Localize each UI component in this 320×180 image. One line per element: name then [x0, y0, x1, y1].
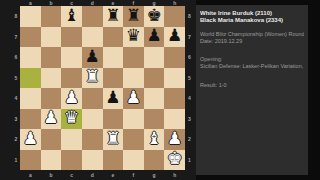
square-d7[interactable] — [82, 27, 103, 48]
square-h2[interactable]: ♟ — [164, 129, 185, 150]
file-label: h — [164, 170, 185, 179]
piece-white-pawn[interactable]: ♟ — [43, 109, 58, 126]
square-b6[interactable] — [41, 47, 62, 68]
square-d2[interactable] — [82, 129, 103, 150]
rank-label: 3 — [185, 109, 194, 130]
rank-label: 2 — [12, 129, 20, 150]
square-h6[interactable] — [164, 47, 185, 68]
file-labels-bottom: abcdefgh — [20, 170, 185, 179]
square-f5[interactable] — [123, 68, 144, 89]
event-line: World Blitz Championship (Women) Round 4… — [200, 31, 304, 38]
rank-label: 1 — [12, 150, 20, 171]
square-b8[interactable] — [41, 6, 62, 27]
square-g5[interactable] — [144, 68, 165, 89]
square-c3[interactable]: ♛ — [61, 109, 82, 130]
opening-name: Sicilian Defense: Lasker-Pelikan Variati… — [200, 63, 304, 70]
rank-label: 6 — [12, 47, 20, 68]
square-h3[interactable] — [164, 109, 185, 130]
date-line: Date: 2019.12.29 — [200, 38, 304, 45]
square-e1[interactable] — [103, 150, 124, 171]
piece-black-rook[interactable]: ♜ — [105, 7, 120, 24]
square-b1[interactable] — [41, 150, 62, 171]
square-d4[interactable] — [82, 88, 103, 109]
square-b2[interactable] — [41, 129, 62, 150]
square-h8[interactable] — [164, 6, 185, 27]
piece-black-pawn[interactable]: ♟ — [167, 27, 182, 44]
rank-label: 7 — [185, 27, 194, 48]
piece-white-pawn[interactable]: ♟ — [126, 89, 141, 106]
square-b3[interactable]: ♟ — [41, 109, 62, 130]
square-e3[interactable] — [103, 109, 124, 130]
piece-white-rook[interactable]: ♜ — [105, 130, 120, 147]
file-label: f — [123, 170, 144, 179]
square-c8[interactable]: ♝ — [61, 6, 82, 27]
square-f3[interactable] — [123, 109, 144, 130]
piece-white-pawn[interactable]: ♟ — [167, 130, 182, 147]
square-h1[interactable]: ♚ — [164, 150, 185, 171]
square-c5[interactable] — [61, 68, 82, 89]
square-g7[interactable]: ♟ — [144, 27, 165, 48]
square-b7[interactable] — [41, 27, 62, 48]
square-g1[interactable] — [144, 150, 165, 171]
rank-label: 8 — [12, 6, 20, 27]
square-h7[interactable]: ♟ — [164, 27, 185, 48]
square-d1[interactable] — [82, 150, 103, 171]
piece-black-pawn[interactable]: ♟ — [105, 89, 120, 106]
square-h4[interactable] — [164, 88, 185, 109]
piece-white-rook[interactable]: ♜ — [85, 68, 100, 85]
file-label: a — [20, 170, 41, 179]
square-d5[interactable]: ♜ — [82, 68, 103, 89]
piece-black-king[interactable]: ♚ — [146, 7, 161, 24]
square-e8[interactable]: ♜ — [103, 6, 124, 27]
square-a1[interactable] — [20, 150, 41, 171]
rank-label: 5 — [12, 68, 20, 89]
square-a2[interactable]: ♟ — [20, 129, 41, 150]
screenshot-root: abcdefgh abcdefgh 87654321 87654321 ♝♜♜♚… — [0, 0, 320, 180]
square-b4[interactable] — [41, 88, 62, 109]
square-e4[interactable]: ♟ — [103, 88, 124, 109]
square-g2[interactable]: ♝ — [144, 129, 165, 150]
black-player-line: Black Maria Manakova (2334) — [200, 17, 304, 24]
square-f4[interactable]: ♟ — [123, 88, 144, 109]
piece-white-queen[interactable]: ♛ — [64, 109, 79, 126]
square-c7[interactable] — [61, 27, 82, 48]
chess-board[interactable]: ♝♜♜♚♛♟♟♟♜♟♟♟♟♛♟♜♝♟♚ — [20, 6, 185, 170]
rank-label: 5 — [185, 68, 194, 89]
square-g8[interactable]: ♚ — [144, 6, 165, 27]
square-g4[interactable] — [144, 88, 165, 109]
square-f8[interactable]: ♜ — [123, 6, 144, 27]
square-h5[interactable] — [164, 68, 185, 89]
rank-label: 6 — [185, 47, 194, 68]
square-a3[interactable] — [20, 109, 41, 130]
square-f6[interactable] — [123, 47, 144, 68]
file-label: c — [61, 170, 82, 179]
rank-label: 2 — [185, 129, 194, 150]
square-e2[interactable]: ♜ — [103, 129, 124, 150]
square-e7[interactable] — [103, 27, 124, 48]
piece-black-queen[interactable]: ♛ — [126, 27, 141, 44]
piece-white-pawn[interactable]: ♟ — [23, 130, 38, 147]
square-g6[interactable] — [144, 47, 165, 68]
square-a5[interactable] — [20, 68, 41, 89]
rank-label: 3 — [12, 109, 20, 130]
square-f7[interactable]: ♛ — [123, 27, 144, 48]
square-d8[interactable] — [82, 6, 103, 27]
square-a8[interactable] — [20, 6, 41, 27]
square-c6[interactable] — [61, 47, 82, 68]
square-c1[interactable] — [61, 150, 82, 171]
piece-black-rook[interactable]: ♜ — [126, 7, 141, 24]
square-a4[interactable] — [20, 88, 41, 109]
piece-white-bishop[interactable]: ♝ — [146, 130, 161, 147]
rank-labels-left: 87654321 — [12, 6, 20, 170]
square-e5[interactable] — [103, 68, 124, 89]
file-label: b — [41, 170, 62, 179]
piece-black-bishop[interactable]: ♝ — [64, 7, 79, 24]
rank-label: 4 — [12, 88, 20, 109]
square-g3[interactable] — [144, 109, 165, 130]
square-f1[interactable] — [123, 150, 144, 171]
square-d6[interactable]: ♟ — [82, 47, 103, 68]
square-e6[interactable] — [103, 47, 124, 68]
rank-label: 8 — [185, 6, 194, 27]
rank-labels-right: 87654321 — [185, 6, 194, 170]
piece-white-king[interactable]: ♚ — [167, 150, 182, 167]
square-a7[interactable] — [20, 27, 41, 48]
file-label: g — [144, 170, 165, 179]
rank-label: 1 — [185, 150, 194, 171]
chess-board-widget: abcdefgh abcdefgh 87654321 87654321 ♝♜♜♚… — [0, 0, 196, 180]
square-d3[interactable] — [82, 109, 103, 130]
rank-label: 4 — [185, 88, 194, 109]
piece-black-pawn[interactable]: ♟ — [146, 27, 161, 44]
square-c2[interactable] — [61, 129, 82, 150]
result-line: Result: 1-0 — [200, 82, 304, 89]
piece-white-pawn[interactable]: ♟ — [64, 89, 79, 106]
square-c4[interactable]: ♟ — [61, 88, 82, 109]
rank-label: 7 — [12, 27, 20, 48]
square-f2[interactable] — [123, 129, 144, 150]
piece-black-pawn[interactable]: ♟ — [85, 48, 100, 65]
square-b5[interactable] — [41, 68, 62, 89]
white-player-line: White Irine Burduk (2110) — [200, 10, 304, 17]
file-label: e — [103, 170, 124, 179]
square-a6[interactable] — [20, 47, 41, 68]
game-info-panel: White Irine Burduk (2110) Black Maria Ma… — [196, 5, 308, 175]
file-label: d — [82, 170, 103, 179]
